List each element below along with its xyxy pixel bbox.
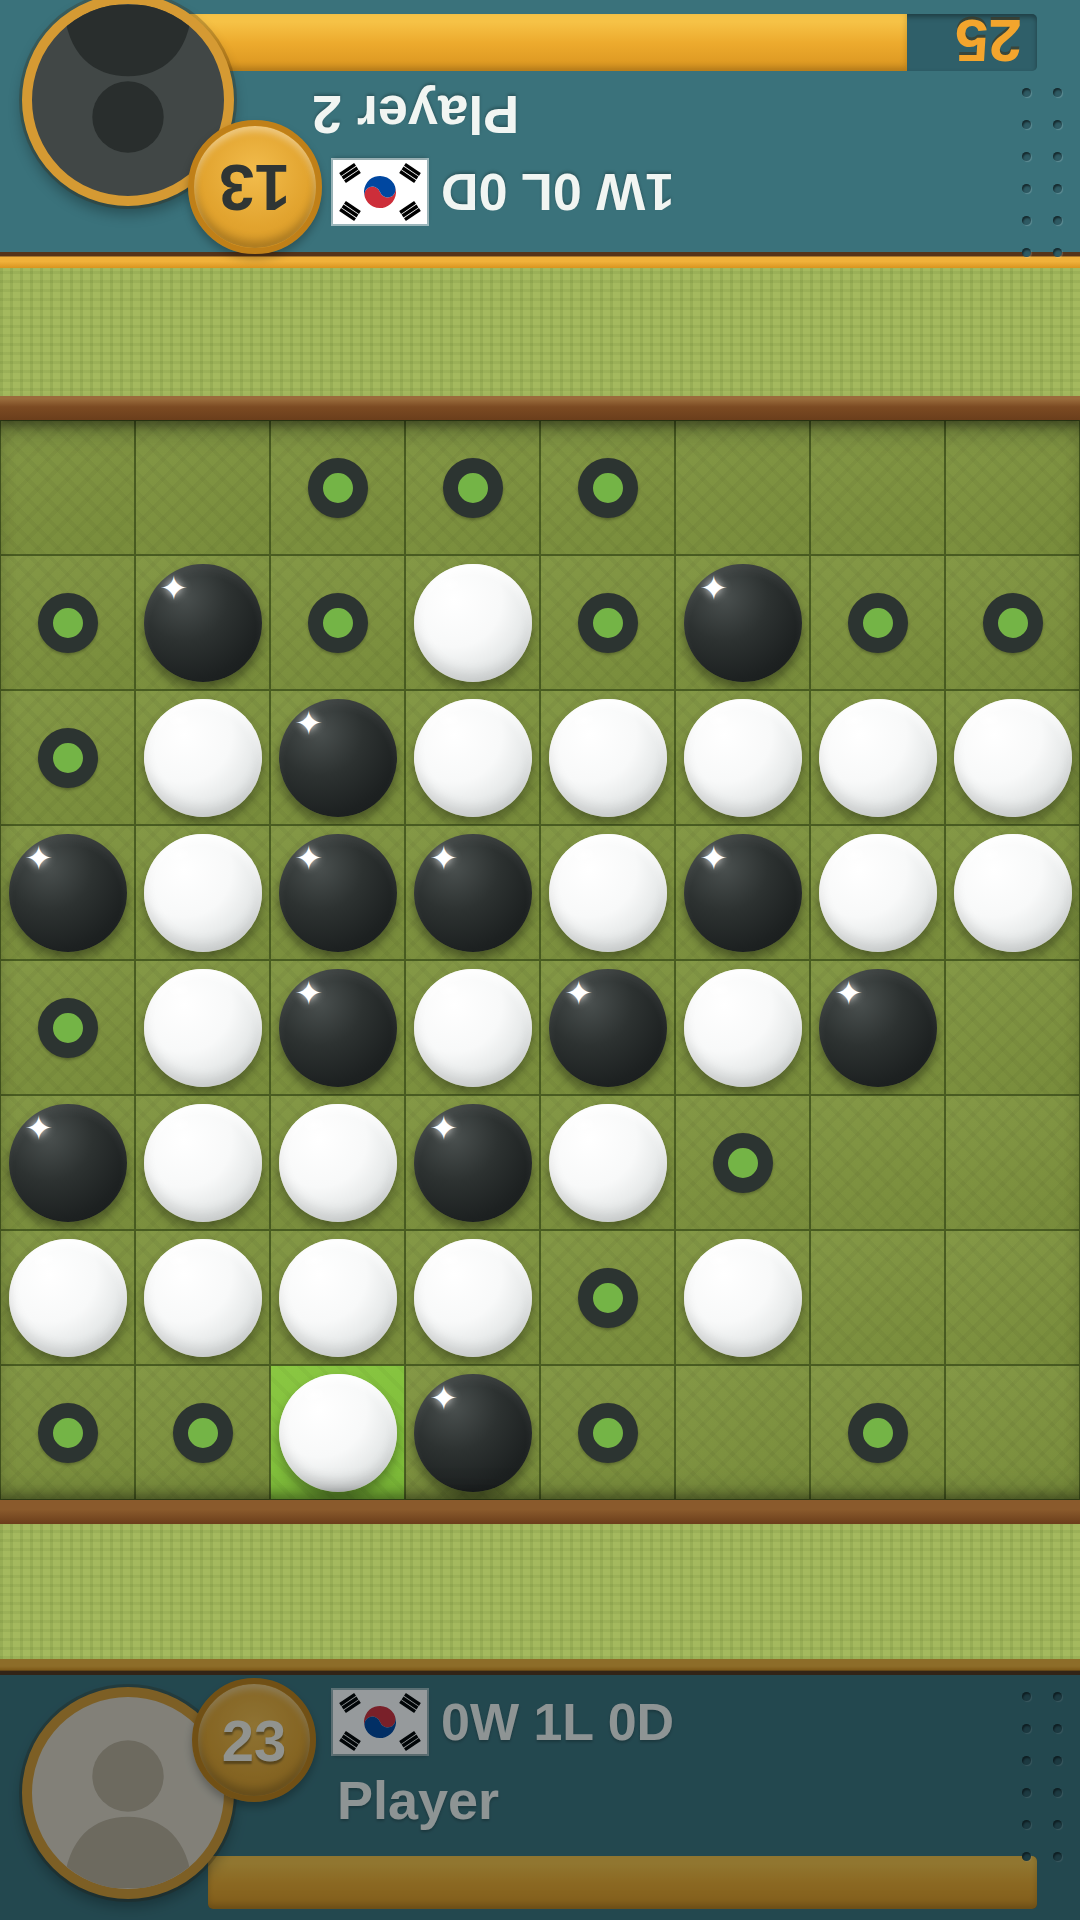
black-disc xyxy=(414,1104,532,1222)
top-panel-rivets xyxy=(1022,88,1062,257)
black-disc xyxy=(819,969,937,1087)
legal-move-marker[interactable] xyxy=(38,593,98,653)
board-cell xyxy=(405,1230,540,1365)
board-cell[interactable] xyxy=(0,690,135,825)
othello-game-screen: 25 13 Player 2 xyxy=(0,0,1080,1920)
board-cell xyxy=(0,1095,135,1230)
board-cell[interactable] xyxy=(675,1095,810,1230)
upper-wood-bar xyxy=(0,396,1080,420)
top-timer-fill xyxy=(108,14,907,71)
rivet-dot xyxy=(1053,1788,1062,1797)
lower-wood-bar xyxy=(0,1500,1080,1524)
board-cell xyxy=(675,960,810,1095)
board-cell xyxy=(0,420,135,555)
board-cell xyxy=(945,1365,1080,1500)
board-cell xyxy=(675,690,810,825)
board-cell xyxy=(945,825,1080,960)
white-disc xyxy=(549,834,667,952)
white-disc xyxy=(549,699,667,817)
board-cell xyxy=(405,1095,540,1230)
rivet-dot xyxy=(1053,1852,1062,1861)
board-cell xyxy=(405,690,540,825)
white-disc xyxy=(549,1104,667,1222)
top-player-record-row: 1W 0L 0D xyxy=(333,160,674,224)
board-cell xyxy=(270,825,405,960)
board-cell xyxy=(810,420,945,555)
black-disc xyxy=(279,969,397,1087)
black-disc xyxy=(414,1374,532,1492)
board-cell[interactable] xyxy=(540,420,675,555)
board-cell xyxy=(0,825,135,960)
board-cell xyxy=(945,1095,1080,1230)
person-silhouette-icon xyxy=(43,5,213,175)
upper-green-strip xyxy=(0,268,1080,400)
board-cell xyxy=(810,960,945,1095)
board-cell xyxy=(945,420,1080,555)
legal-move-marker[interactable] xyxy=(848,593,908,653)
white-disc xyxy=(684,969,802,1087)
legal-move-marker[interactable] xyxy=(173,1403,233,1463)
top-player-score-badge: 13 xyxy=(188,120,322,254)
rivet-dot xyxy=(1022,88,1031,97)
board-cell[interactable] xyxy=(540,1230,675,1365)
rivet-dot xyxy=(1053,248,1062,257)
legal-move-marker[interactable] xyxy=(578,1268,638,1328)
board-cell xyxy=(405,1365,540,1500)
bottom-timer-fill xyxy=(208,1856,1037,1909)
bottom-player-panel: 23 0W 1L 0D Player xyxy=(0,1659,1080,1920)
rivet-dot xyxy=(1053,1820,1062,1829)
white-disc xyxy=(684,1239,802,1357)
bottom-player-score-badge: 23 xyxy=(192,1678,316,1802)
white-disc xyxy=(279,1374,397,1492)
board-cell xyxy=(135,825,270,960)
white-disc xyxy=(414,1239,532,1357)
board-cell xyxy=(405,555,540,690)
bottom-player-name: Player xyxy=(337,1769,499,1831)
legal-move-marker[interactable] xyxy=(38,1403,98,1463)
white-disc xyxy=(819,699,937,817)
rivet-dot xyxy=(1022,1756,1031,1765)
rivet-dot xyxy=(1022,248,1031,257)
board-cell[interactable] xyxy=(810,555,945,690)
top-player-name: Player 2 xyxy=(312,84,519,146)
black-disc xyxy=(144,564,262,682)
board-cell xyxy=(270,960,405,1095)
bottom-panel-gold-trim xyxy=(0,1659,1080,1675)
rivet-dot xyxy=(1053,216,1062,225)
board-cell xyxy=(270,1095,405,1230)
board-cell xyxy=(135,1230,270,1365)
white-disc xyxy=(144,969,262,1087)
board-cell xyxy=(135,555,270,690)
legal-move-marker[interactable] xyxy=(443,458,503,518)
board-cell[interactable] xyxy=(270,420,405,555)
board-cell xyxy=(405,960,540,1095)
board-cell[interactable] xyxy=(135,1365,270,1500)
legal-move-marker[interactable] xyxy=(308,593,368,653)
white-disc xyxy=(954,834,1072,952)
south-korea-flag-icon xyxy=(333,1690,427,1754)
black-disc xyxy=(684,834,802,952)
board-cell xyxy=(810,1095,945,1230)
legal-move-marker[interactable] xyxy=(713,1133,773,1193)
rivet-dot xyxy=(1022,152,1031,161)
board-cell xyxy=(135,1095,270,1230)
board-cell xyxy=(945,690,1080,825)
board-cell xyxy=(0,1230,135,1365)
legal-move-marker[interactable] xyxy=(38,728,98,788)
rivet-dot xyxy=(1022,1852,1031,1861)
legal-move-marker[interactable] xyxy=(308,458,368,518)
legal-move-marker[interactable] xyxy=(848,1403,908,1463)
white-disc xyxy=(279,1239,397,1357)
legal-move-marker[interactable] xyxy=(578,458,638,518)
board-cell xyxy=(675,1230,810,1365)
white-disc xyxy=(954,699,1072,817)
rivet-dot xyxy=(1022,1724,1031,1733)
black-disc xyxy=(9,1104,127,1222)
top-player-panel: 25 13 Player 2 xyxy=(0,0,1080,268)
board-cell xyxy=(270,1365,405,1500)
white-disc xyxy=(9,1239,127,1357)
board-cell[interactable] xyxy=(945,555,1080,690)
board-cell xyxy=(810,825,945,960)
white-disc xyxy=(144,1104,262,1222)
rivet-dot xyxy=(1053,120,1062,129)
board-cell xyxy=(945,1230,1080,1365)
top-timer-track xyxy=(108,14,1037,71)
white-disc xyxy=(414,564,532,682)
top-timer-seconds: 25 xyxy=(938,6,1038,75)
rivet-dot xyxy=(1053,184,1062,193)
white-disc xyxy=(279,1104,397,1222)
south-korea-flag-icon xyxy=(333,160,427,224)
board-cell[interactable] xyxy=(270,555,405,690)
white-disc xyxy=(144,834,262,952)
board-cell[interactable] xyxy=(0,555,135,690)
rivet-dot xyxy=(1022,1788,1031,1797)
othello-board[interactable] xyxy=(0,420,1080,1500)
board-cell[interactable] xyxy=(540,1365,675,1500)
legal-move-marker[interactable] xyxy=(578,593,638,653)
board-cell xyxy=(675,825,810,960)
lower-green-strip xyxy=(0,1523,1080,1659)
legal-move-marker[interactable] xyxy=(983,593,1043,653)
board-cell[interactable] xyxy=(0,1365,135,1500)
board-cell[interactable] xyxy=(810,1365,945,1500)
person-silhouette-icon xyxy=(43,1718,213,1888)
black-disc xyxy=(279,834,397,952)
top-panel-gold-trim xyxy=(0,252,1080,268)
white-disc xyxy=(144,699,262,817)
board-cell xyxy=(945,960,1080,1095)
board-cell[interactable] xyxy=(405,420,540,555)
black-disc xyxy=(549,969,667,1087)
board-cell xyxy=(810,690,945,825)
white-disc xyxy=(144,1239,262,1357)
board-cell xyxy=(135,960,270,1095)
black-disc xyxy=(9,834,127,952)
board-cell xyxy=(270,690,405,825)
white-disc xyxy=(414,699,532,817)
bottom-player-record-row: 0W 1L 0D xyxy=(333,1690,674,1754)
black-disc xyxy=(279,699,397,817)
rivet-dot xyxy=(1022,1820,1031,1829)
rivet-dot xyxy=(1053,152,1062,161)
rivet-dot xyxy=(1022,1692,1031,1701)
rivet-dot xyxy=(1053,1756,1062,1765)
rivet-dot xyxy=(1053,1724,1062,1733)
board-cell xyxy=(270,1230,405,1365)
board-cell xyxy=(135,420,270,555)
board-cell xyxy=(540,1095,675,1230)
board-cell[interactable] xyxy=(540,555,675,690)
white-disc xyxy=(819,834,937,952)
legal-move-marker[interactable] xyxy=(38,998,98,1058)
board-cell[interactable] xyxy=(0,960,135,1095)
board-cell xyxy=(675,555,810,690)
rivet-dot xyxy=(1022,184,1031,193)
board-cell xyxy=(540,960,675,1095)
legal-move-marker[interactable] xyxy=(578,1403,638,1463)
rivet-dot xyxy=(1053,1692,1062,1701)
board-cell xyxy=(810,1230,945,1365)
board-cell xyxy=(675,420,810,555)
board-cell xyxy=(405,825,540,960)
white-disc xyxy=(414,969,532,1087)
rivet-dot xyxy=(1022,216,1031,225)
bottom-timer-track xyxy=(208,1856,1037,1909)
rivet-dot xyxy=(1053,88,1062,97)
black-disc xyxy=(414,834,532,952)
white-disc xyxy=(684,699,802,817)
black-disc xyxy=(684,564,802,682)
board-cell xyxy=(135,690,270,825)
rivet-dot xyxy=(1022,120,1031,129)
bottom-panel-rivets xyxy=(1022,1692,1062,1861)
board-cell xyxy=(675,1365,810,1500)
board-cell xyxy=(540,690,675,825)
board-cell xyxy=(540,825,675,960)
